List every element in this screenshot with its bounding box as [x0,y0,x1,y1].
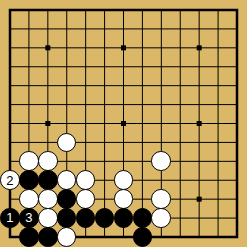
white-stone[interactable] [151,189,171,209]
white-stone[interactable] [114,189,134,209]
white-stone[interactable] [57,170,77,190]
black-stone[interactable] [133,227,153,247]
black-stone[interactable] [19,227,39,247]
white-stone[interactable] [76,189,96,209]
black-stone[interactable] [95,208,115,228]
white-stone[interactable] [57,133,77,153]
white-stone[interactable] [38,151,58,171]
move-number-label: 2 [6,173,13,186]
white-stone[interactable] [38,208,58,228]
white-stone[interactable] [151,208,171,228]
white-stone[interactable] [151,151,171,171]
black-stone[interactable] [133,208,153,228]
black-stone[interactable] [38,227,58,247]
go-board[interactable]: 213 [1,1,247,247]
move-number-label: 3 [25,211,32,224]
white-stone[interactable] [19,151,39,171]
black-stone[interactable] [57,189,77,209]
white-stone[interactable] [38,189,58,209]
white-stone[interactable] [19,189,39,209]
white-stone[interactable] [114,170,134,190]
white-stone[interactable]: 2 [0,170,20,190]
black-stone[interactable]: 3 [19,208,39,228]
black-stone[interactable] [76,208,96,228]
move-number-label: 1 [6,211,13,224]
white-stone[interactable] [76,170,96,190]
black-stone[interactable] [19,170,39,190]
white-stone[interactable] [57,227,77,247]
black-stone[interactable] [114,208,134,228]
go-board-diagram: 213 [0,0,247,247]
black-stone[interactable] [38,170,58,190]
black-stone[interactable] [57,208,77,228]
black-stone[interactable]: 1 [0,208,20,228]
